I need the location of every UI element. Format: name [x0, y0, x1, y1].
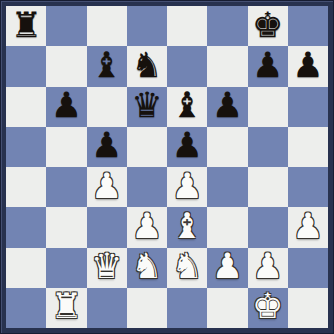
piece-white-queen: ♛	[91, 249, 122, 284]
square-c2[interactable]: ♛	[87, 248, 127, 288]
square-b2[interactable]	[46, 248, 86, 288]
square-a8[interactable]: ♜	[6, 6, 46, 46]
piece-black-pawn: ♟	[252, 48, 283, 83]
piece-black-pawn: ♟	[51, 88, 82, 123]
piece-white-pawn: ♟	[212, 249, 243, 284]
square-g3[interactable]	[248, 207, 288, 247]
square-c4[interactable]: ♟	[87, 167, 127, 207]
square-h1[interactable]	[288, 288, 328, 328]
square-e1[interactable]	[167, 288, 207, 328]
square-h6[interactable]	[288, 87, 328, 127]
piece-white-king: ♚	[252, 289, 283, 324]
square-g8[interactable]: ♚	[248, 6, 288, 46]
square-d5[interactable]	[127, 127, 167, 167]
square-f1[interactable]	[207, 288, 247, 328]
square-b7[interactable]	[46, 46, 86, 86]
piece-white-pawn: ♟	[292, 209, 323, 244]
square-a4[interactable]	[6, 167, 46, 207]
square-b6[interactable]: ♟	[46, 87, 86, 127]
square-a2[interactable]	[6, 248, 46, 288]
chess-board: ♜♚♝♞♟♟♟♛♝♟♟♟♟♟♟♝♟♛♞♞♟♟♜♚	[6, 6, 328, 328]
square-a3[interactable]	[6, 207, 46, 247]
piece-white-rook: ♜	[51, 289, 82, 324]
square-c3[interactable]	[87, 207, 127, 247]
piece-white-bishop: ♝	[171, 209, 202, 244]
square-a7[interactable]	[6, 46, 46, 86]
piece-white-pawn: ♟	[91, 169, 122, 204]
square-d2[interactable]: ♞	[127, 248, 167, 288]
square-c5[interactable]: ♟	[87, 127, 127, 167]
square-b4[interactable]	[46, 167, 86, 207]
square-e3[interactable]: ♝	[167, 207, 207, 247]
square-f8[interactable]	[207, 6, 247, 46]
square-c1[interactable]	[87, 288, 127, 328]
square-g2[interactable]: ♟	[248, 248, 288, 288]
square-h4[interactable]	[288, 167, 328, 207]
piece-white-knight: ♞	[171, 249, 202, 284]
piece-white-pawn: ♟	[131, 209, 162, 244]
piece-black-rook: ♜	[10, 8, 41, 43]
square-e5[interactable]: ♟	[167, 127, 207, 167]
square-a1[interactable]	[6, 288, 46, 328]
piece-black-king: ♚	[252, 8, 283, 43]
square-g5[interactable]	[248, 127, 288, 167]
piece-black-bishop: ♝	[91, 48, 122, 83]
square-f2[interactable]: ♟	[207, 248, 247, 288]
piece-black-pawn: ♟	[171, 128, 202, 163]
square-d1[interactable]	[127, 288, 167, 328]
piece-black-pawn: ♟	[292, 48, 323, 83]
square-a6[interactable]	[6, 87, 46, 127]
square-c8[interactable]	[87, 6, 127, 46]
square-h5[interactable]	[288, 127, 328, 167]
square-f4[interactable]	[207, 167, 247, 207]
square-h3[interactable]: ♟	[288, 207, 328, 247]
square-h7[interactable]: ♟	[288, 46, 328, 86]
square-d3[interactable]: ♟	[127, 207, 167, 247]
square-e8[interactable]	[167, 6, 207, 46]
square-b5[interactable]	[46, 127, 86, 167]
piece-white-pawn: ♟	[171, 169, 202, 204]
piece-black-pawn: ♟	[91, 128, 122, 163]
square-f6[interactable]: ♟	[207, 87, 247, 127]
square-c7[interactable]: ♝	[87, 46, 127, 86]
chess-board-frame: ♜♚♝♞♟♟♟♛♝♟♟♟♟♟♟♝♟♛♞♞♟♟♜♚	[0, 0, 334, 334]
square-h2[interactable]	[288, 248, 328, 288]
square-d7[interactable]: ♞	[127, 46, 167, 86]
square-g4[interactable]	[248, 167, 288, 207]
piece-white-pawn: ♟	[252, 249, 283, 284]
piece-black-bishop: ♝	[171, 88, 202, 123]
piece-black-pawn: ♟	[212, 88, 243, 123]
square-d6[interactable]: ♛	[127, 87, 167, 127]
square-g1[interactable]: ♚	[248, 288, 288, 328]
square-b1[interactable]: ♜	[46, 288, 86, 328]
square-h8[interactable]	[288, 6, 328, 46]
square-a5[interactable]	[6, 127, 46, 167]
piece-black-queen: ♛	[131, 88, 162, 123]
square-f3[interactable]	[207, 207, 247, 247]
square-c6[interactable]	[87, 87, 127, 127]
piece-black-knight: ♞	[131, 48, 162, 83]
square-e6[interactable]: ♝	[167, 87, 207, 127]
square-g6[interactable]	[248, 87, 288, 127]
square-f5[interactable]	[207, 127, 247, 167]
square-d4[interactable]	[127, 167, 167, 207]
square-b8[interactable]	[46, 6, 86, 46]
square-e2[interactable]: ♞	[167, 248, 207, 288]
square-d8[interactable]	[127, 6, 167, 46]
square-e4[interactable]: ♟	[167, 167, 207, 207]
square-f7[interactable]	[207, 46, 247, 86]
square-e7[interactable]	[167, 46, 207, 86]
square-b3[interactable]	[46, 207, 86, 247]
square-g7[interactable]: ♟	[248, 46, 288, 86]
piece-white-knight: ♞	[131, 249, 162, 284]
